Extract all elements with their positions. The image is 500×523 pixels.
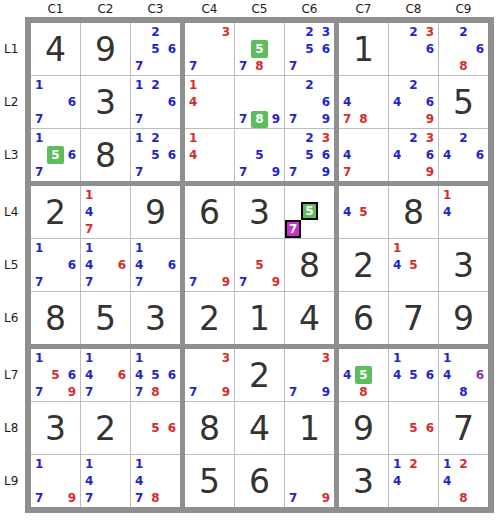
candidate-6: 6 [164, 256, 180, 273]
candidate-6: 6 [472, 146, 488, 163]
cell-L5C7[interactable]: 2 [339, 239, 388, 291]
candidate-8: 8 [251, 111, 267, 128]
candidate-7: 7 [185, 384, 201, 401]
cell-L7C3[interactable]: 145678 [131, 349, 180, 401]
solved-digit: 3 [235, 186, 284, 238]
cell-L4C3[interactable]: 9 [131, 186, 180, 238]
candidate-grid: 379 [285, 349, 334, 401]
candidate-4: 4 [81, 256, 97, 273]
cell-L5C8[interactable]: 145 [389, 239, 438, 291]
solved-digit: 1 [285, 402, 334, 454]
candidate-6: 6 [422, 146, 438, 163]
candidate-6: 6 [318, 93, 334, 110]
candidate-9: 9 [268, 111, 284, 128]
candidate-1: 1 [81, 455, 97, 472]
solved-digit: 2 [31, 186, 80, 238]
col-label-C9: C9 [439, 2, 488, 16]
cell-L9C6[interactable]: 79 [285, 455, 334, 507]
candidate-7: 7 [31, 274, 47, 291]
candidate-7: 7 [185, 274, 201, 291]
candidate-7: 7 [81, 490, 97, 507]
candidate-4: 4 [439, 366, 455, 383]
candidate-4: 4 [339, 93, 355, 110]
solved-digit: 5 [81, 292, 130, 344]
candidate-7: 7 [81, 221, 97, 238]
candidate-6: 6 [64, 146, 80, 163]
candidate-7: 7 [131, 164, 147, 181]
cell-L4C8[interactable]: 8 [389, 186, 438, 238]
candidate-7: 7 [81, 274, 97, 291]
candidate-1: 1 [131, 76, 147, 93]
candidate-grid: 2469 [389, 76, 438, 128]
solved-digit: 5 [185, 455, 234, 507]
candidate-7: 7 [185, 58, 201, 75]
cell-L8C4[interactable]: 8 [185, 402, 234, 454]
candidate-9: 9 [318, 111, 334, 128]
solved-digit: 3 [439, 239, 488, 291]
candidate-1: 1 [389, 239, 405, 256]
cell-L7C1[interactable]: 15679 [31, 349, 80, 401]
candidate-5: 5 [405, 419, 421, 436]
cell-L7C6[interactable]: 379 [285, 349, 334, 401]
candidate-2: 2 [405, 455, 421, 472]
candidate-grid: 246 [439, 129, 488, 181]
col-label-C4: C4 [185, 2, 234, 16]
candidate-grid: 1567 [31, 129, 80, 181]
candidate-3: 3 [318, 23, 334, 40]
cell-L8C2[interactable]: 2 [81, 402, 130, 454]
solved-digit: 8 [285, 239, 334, 291]
candidate-grid: 15679 [31, 349, 80, 401]
cell-L8C6[interactable]: 1 [285, 402, 334, 454]
candidate-9: 9 [218, 274, 234, 291]
candidate-grid: 789 [235, 76, 284, 128]
candidate-4: 4 [389, 366, 405, 383]
candidate-7: 7 [31, 490, 47, 507]
block-8: 37923798415679 [185, 349, 334, 507]
candidate-9: 9 [422, 111, 438, 128]
cell-L1C9[interactable]: 268 [439, 23, 488, 75]
cell-L4C6[interactable]: 57 [285, 186, 334, 238]
cell-L9C5[interactable]: 6 [235, 455, 284, 507]
col-label-C1: C1 [31, 2, 80, 16]
cell-L4C4[interactable]: 6 [185, 186, 234, 238]
row-label-L9: L9 [0, 455, 25, 507]
candidate-4: 4 [185, 146, 201, 163]
block-2: 375782356714789267914579235679 [185, 23, 334, 181]
candidate-grid: 1478 [131, 455, 180, 507]
candidate-7: 7 [285, 111, 301, 128]
candidate-4: 4 [131, 366, 147, 383]
cell-L9C1[interactable]: 179 [31, 455, 80, 507]
candidate-grid: 478 [339, 76, 388, 128]
cell-L6C4[interactable]: 2 [185, 292, 234, 344]
cell-L2C9[interactable]: 5 [439, 76, 488, 128]
candidate-7: 7 [235, 274, 251, 291]
candidate-grid: 235679 [285, 129, 334, 181]
solved-digit: 9 [131, 186, 180, 238]
cell-L4C9[interactable]: 14 [439, 186, 488, 238]
solved-digit: 7 [389, 292, 438, 344]
cell-L3C5[interactable]: 579 [235, 129, 284, 181]
candidate-7: 7 [235, 58, 251, 75]
candidate-2: 2 [147, 129, 163, 146]
candidate-6: 6 [472, 366, 488, 383]
candidate-2: 2 [405, 76, 421, 93]
candidate-2: 2 [147, 23, 163, 40]
solved-digit: 8 [31, 292, 80, 344]
candidate-5: 5 [251, 40, 267, 57]
candidate-9: 9 [64, 384, 80, 401]
candidate-grid: 579 [235, 239, 284, 291]
candidate-6: 6 [318, 146, 334, 163]
candidate-4: 4 [389, 472, 405, 489]
candidate-3: 3 [218, 23, 234, 40]
block-7: 15679146714567832561791471478 [31, 349, 180, 507]
cell-L5C3[interactable]: 1467 [131, 239, 180, 291]
row-label-L3: L3 [0, 129, 25, 181]
cell-L5C1[interactable]: 167 [31, 239, 80, 291]
candidate-grid: 1267 [131, 76, 180, 128]
candidate-4: 4 [339, 146, 355, 163]
candidate-grid: 57 [285, 186, 334, 238]
candidate-2: 2 [405, 23, 421, 40]
cell-L5C9[interactable]: 3 [439, 239, 488, 291]
candidate-6: 6 [64, 366, 80, 383]
solved-digit: 4 [31, 23, 80, 75]
candidate-7: 7 [285, 164, 301, 181]
candidate-4: 4 [131, 472, 147, 489]
cell-L3C9[interactable]: 246 [439, 129, 488, 181]
candidate-grid: 579 [235, 129, 284, 181]
candidate-5: 5 [405, 256, 421, 273]
cell-L8C8[interactable]: 56 [389, 402, 438, 454]
solved-digit: 2 [185, 292, 234, 344]
candidate-6: 6 [422, 40, 438, 57]
column-labels: C1C2C3C4C5C6C7C8C9 [31, 0, 500, 17]
cell-L3C7[interactable]: 47 [339, 129, 388, 181]
candidate-grid: 1456 [389, 349, 438, 401]
cell-L6C7[interactable]: 6 [339, 292, 388, 344]
candidate-7: 7 [31, 384, 47, 401]
candidate-8: 8 [455, 58, 471, 75]
cell-L1C6[interactable]: 23567 [285, 23, 334, 75]
cell-L3C3[interactable]: 12567 [131, 129, 180, 181]
row-labels: L1L2L3L4L5L6L7L8L9 [0, 17, 25, 513]
cell-L4C7[interactable]: 45 [339, 186, 388, 238]
candidate-7: 7 [285, 220, 301, 238]
candidate-1: 1 [185, 129, 201, 146]
candidate-4: 4 [185, 93, 201, 110]
col-label-group: C1C2C3 [31, 2, 180, 16]
cell-L7C8[interactable]: 1456 [389, 349, 438, 401]
candidate-2: 2 [301, 76, 317, 93]
candidate-grid: 124 [389, 455, 438, 507]
candidate-5: 5 [47, 366, 63, 383]
candidate-grid: 2567 [131, 23, 180, 75]
candidate-5: 5 [147, 146, 163, 163]
cell-L5C6[interactable]: 8 [285, 239, 334, 291]
col-label-C7: C7 [339, 2, 388, 16]
candidate-grid: 1248 [439, 455, 488, 507]
cell-L2C7[interactable]: 478 [339, 76, 388, 128]
cell-L8C5[interactable]: 4 [235, 402, 284, 454]
cell-L5C5[interactable]: 579 [235, 239, 284, 291]
cell-L5C4[interactable]: 79 [185, 239, 234, 291]
solved-digit: 5 [439, 76, 488, 128]
candidate-2: 2 [455, 129, 471, 146]
candidate-1: 1 [185, 76, 201, 93]
cell-L1C3[interactable]: 2567 [131, 23, 180, 75]
cell-L8C7[interactable]: 9 [339, 402, 388, 454]
solved-digit: 2 [81, 402, 130, 454]
cell-L8C3[interactable]: 56 [131, 402, 180, 454]
cell-L3C2[interactable]: 8 [81, 129, 130, 181]
candidate-1: 1 [131, 129, 147, 146]
candidate-4: 4 [339, 203, 355, 220]
candidate-6: 6 [64, 256, 80, 273]
candidate-1: 1 [131, 455, 147, 472]
solved-digit: 3 [339, 455, 388, 507]
candidate-5: 5 [147, 419, 163, 436]
sudoku-app: C1C2C3C4C5C6C7C8C9 L1L2L3L4L5L6L7L8L9 49… [0, 0, 500, 513]
candidate-4: 4 [439, 203, 455, 220]
cell-L2C8[interactable]: 2469 [389, 76, 438, 128]
cell-L9C2[interactable]: 147 [81, 455, 130, 507]
solved-digit: 1 [339, 23, 388, 75]
candidate-4: 4 [439, 146, 455, 163]
row-label-group: L7L8L9 [0, 349, 25, 507]
candidate-1: 1 [81, 186, 97, 203]
cell-L7C2[interactable]: 1467 [81, 349, 130, 401]
candidate-grid: 1467 [131, 239, 180, 291]
candidate-1: 1 [31, 455, 47, 472]
cell-L9C4[interactable]: 5 [185, 455, 234, 507]
candidate-8: 8 [147, 490, 163, 507]
cell-L8C1[interactable]: 3 [31, 402, 80, 454]
cell-L6C5[interactable]: 1 [235, 292, 284, 344]
candidate-5: 5 [301, 40, 317, 57]
candidate-2: 2 [405, 129, 421, 146]
candidate-1: 1 [131, 239, 147, 256]
candidate-7: 7 [131, 111, 147, 128]
cell-L2C3[interactable]: 1267 [131, 76, 180, 128]
cell-L3C8[interactable]: 23469 [389, 129, 438, 181]
cell-L4C2[interactable]: 147 [81, 186, 130, 238]
candidate-3: 3 [422, 129, 438, 146]
cell-L7C9[interactable]: 1468 [439, 349, 488, 401]
candidate-1: 1 [439, 455, 455, 472]
col-label-group: C7C8C9 [339, 2, 488, 16]
candidate-grid: 379 [185, 349, 234, 401]
col-label-C8: C8 [389, 2, 438, 16]
candidate-3: 3 [318, 129, 334, 146]
candidate-grid: 268 [439, 23, 488, 75]
candidate-7: 7 [285, 490, 301, 507]
candidate-7: 7 [235, 164, 251, 181]
candidate-1: 1 [31, 129, 47, 146]
candidate-7: 7 [339, 164, 355, 181]
candidate-2: 2 [455, 23, 471, 40]
col-label-C6: C6 [285, 2, 334, 16]
candidate-6: 6 [164, 366, 180, 383]
candidate-1: 1 [389, 455, 405, 472]
cell-L9C9[interactable]: 1248 [439, 455, 488, 507]
cell-L1C4[interactable]: 37 [185, 23, 234, 75]
candidate-7: 7 [131, 274, 147, 291]
candidate-grid: 79 [185, 239, 234, 291]
cell-L1C8[interactable]: 236 [389, 23, 438, 75]
cell-L7C5[interactable]: 2 [235, 349, 284, 401]
candidate-2: 2 [301, 23, 317, 40]
candidate-5: 5 [355, 366, 371, 383]
cell-L4C5[interactable]: 3 [235, 186, 284, 238]
cell-L9C8[interactable]: 124 [389, 455, 438, 507]
cell-L6C8[interactable]: 7 [389, 292, 438, 344]
cell-L7C4[interactable]: 379 [185, 349, 234, 401]
board-strip: L1L2L3L4L5L6L7L8L9 492567167312671567812… [0, 17, 500, 513]
candidate-1: 1 [389, 349, 405, 366]
candidate-9: 9 [422, 164, 438, 181]
candidate-7: 7 [81, 384, 97, 401]
candidate-6: 6 [422, 93, 438, 110]
cell-L7C7[interactable]: 458 [339, 349, 388, 401]
candidate-5: 5 [355, 203, 371, 220]
cell-L6C1[interactable]: 8 [31, 292, 80, 344]
candidate-4: 4 [81, 203, 97, 220]
candidate-9: 9 [218, 384, 234, 401]
row-label-group: L4L5L6 [0, 186, 25, 344]
candidate-grid: 23567 [285, 23, 334, 75]
candidate-1: 1 [31, 76, 47, 93]
candidate-grid: 147 [81, 186, 130, 238]
solved-digit: 4 [235, 402, 284, 454]
candidate-8: 8 [147, 384, 163, 401]
cell-L2C2[interactable]: 3 [81, 76, 130, 128]
cell-L8C9[interactable]: 7 [439, 402, 488, 454]
candidate-4: 4 [389, 256, 405, 273]
cell-L1C1[interactable]: 4 [31, 23, 80, 75]
candidate-4: 4 [81, 366, 97, 383]
candidate-4: 4 [439, 472, 455, 489]
candidate-grid: 14 [439, 186, 488, 238]
cell-L3C6[interactable]: 235679 [285, 129, 334, 181]
cell-L2C6[interactable]: 2679 [285, 76, 334, 128]
candidate-grid: 1467 [81, 239, 130, 291]
candidate-grid: 14 [185, 76, 234, 128]
candidate-grid: 56 [131, 402, 180, 454]
candidate-grid: 23469 [389, 129, 438, 181]
candidate-1: 1 [31, 349, 47, 366]
cell-L1C5[interactable]: 578 [235, 23, 284, 75]
col-label-C3: C3 [131, 2, 180, 16]
cell-L2C1[interactable]: 167 [31, 76, 80, 128]
candidate-3: 3 [422, 23, 438, 40]
candidate-7: 7 [31, 164, 47, 181]
cell-L6C3[interactable]: 3 [131, 292, 180, 344]
candidate-2: 2 [301, 129, 317, 146]
candidate-8: 8 [455, 384, 471, 401]
cell-L3C1[interactable]: 1567 [31, 129, 80, 181]
candidate-7: 7 [131, 58, 147, 75]
cell-L1C7[interactable]: 1 [339, 23, 388, 75]
sudoku-board: 492567167312671567812567 375782356714789… [25, 17, 494, 513]
candidate-6: 6 [164, 419, 180, 436]
solved-digit: 8 [81, 129, 130, 181]
solved-digit: 1 [235, 292, 284, 344]
candidate-9: 9 [318, 490, 334, 507]
candidate-5: 5 [147, 366, 163, 383]
candidate-6: 6 [164, 93, 180, 110]
solved-digit: 6 [235, 455, 284, 507]
cell-L6C6[interactable]: 4 [285, 292, 334, 344]
candidate-grid: 45 [339, 186, 388, 238]
cell-L3C4[interactable]: 14 [185, 129, 234, 181]
solved-digit: 2 [339, 239, 388, 291]
candidate-grid: 578 [235, 23, 284, 75]
solved-digit: 9 [339, 402, 388, 454]
cell-L9C3[interactable]: 1478 [131, 455, 180, 507]
candidate-2: 2 [455, 455, 471, 472]
candidate-8: 8 [455, 490, 471, 507]
candidate-8: 8 [355, 111, 371, 128]
cell-L4C1[interactable]: 2 [31, 186, 80, 238]
candidate-grid: 56 [389, 402, 438, 454]
candidate-grid: 37 [185, 23, 234, 75]
block-9: 45814561468956731241248 [339, 349, 488, 507]
row-label-L2: L2 [0, 76, 25, 128]
candidate-6: 6 [64, 93, 80, 110]
cell-L2C5[interactable]: 789 [235, 76, 284, 128]
candidate-7: 7 [235, 111, 251, 128]
solved-digit: 3 [81, 76, 130, 128]
candidate-9: 9 [268, 274, 284, 291]
candidate-3: 3 [318, 349, 334, 366]
candidate-6: 6 [472, 40, 488, 57]
cell-L5C2[interactable]: 1467 [81, 239, 130, 291]
block-3: 1236268478246954723469246 [339, 23, 488, 181]
row-label-L5: L5 [0, 239, 25, 291]
solved-digit: 3 [131, 292, 180, 344]
candidate-1: 1 [81, 239, 97, 256]
solved-digit: 8 [185, 402, 234, 454]
cell-L2C4[interactable]: 14 [185, 76, 234, 128]
row-label-L6: L6 [0, 292, 25, 344]
candidate-8: 8 [355, 384, 371, 401]
block-6: 4581421453679 [339, 186, 488, 344]
candidate-grid: 1468 [439, 349, 488, 401]
cell-L9C7[interactable]: 3 [339, 455, 388, 507]
cell-L6C9[interactable]: 9 [439, 292, 488, 344]
candidate-grid: 12567 [131, 129, 180, 181]
solved-digit: 4 [285, 292, 334, 344]
candidate-9: 9 [318, 164, 334, 181]
candidate-grid: 2679 [285, 76, 334, 128]
candidate-9: 9 [268, 164, 284, 181]
candidate-4: 4 [389, 146, 405, 163]
candidate-grid: 145678 [131, 349, 180, 401]
candidate-3: 3 [218, 349, 234, 366]
candidate-8: 8 [251, 58, 267, 75]
cell-L6C2[interactable]: 5 [81, 292, 130, 344]
candidate-7: 7 [285, 58, 301, 75]
candidate-9: 9 [318, 384, 334, 401]
cell-L1C2[interactable]: 9 [81, 23, 130, 75]
candidate-6: 6 [164, 146, 180, 163]
candidate-grid: 179 [31, 455, 80, 507]
solved-digit: 2 [235, 349, 284, 401]
candidate-1: 1 [131, 349, 147, 366]
